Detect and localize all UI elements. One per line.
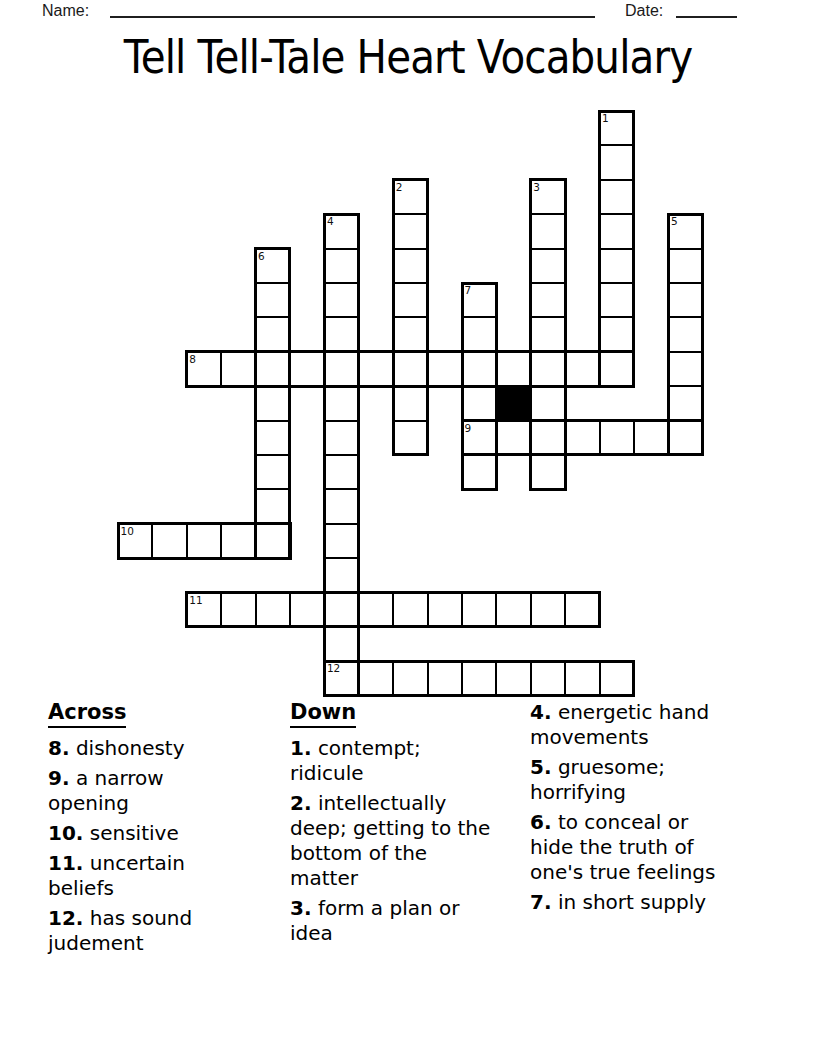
grid-cell[interactable] — [255, 316, 291, 352]
grid-cell[interactable] — [255, 282, 291, 318]
cell-number-6: 6 — [258, 251, 265, 262]
grid-cell[interactable] — [220, 351, 256, 387]
grid-cell[interactable] — [530, 351, 566, 387]
grid-cell[interactable] — [255, 351, 291, 387]
grid-cell[interactable] — [599, 282, 635, 318]
date-blank-line[interactable] — [676, 16, 737, 18]
cell-number-3: 3 — [533, 182, 540, 193]
grid-cell[interactable] — [599, 660, 635, 696]
grid-cell[interactable] — [427, 351, 463, 387]
grid-cell[interactable] — [392, 660, 428, 696]
grid-cell[interactable] — [599, 420, 635, 456]
grid-cell[interactable] — [427, 592, 463, 628]
grid-cell[interactable] — [323, 488, 359, 524]
grid-cell[interactable] — [392, 248, 428, 284]
black-cell — [495, 385, 531, 421]
grid-cell[interactable] — [530, 248, 566, 284]
grid-cell[interactable] — [392, 351, 428, 387]
grid-cell[interactable] — [599, 351, 635, 387]
clue-down-1: 1. contempt; ridicule — [290, 736, 530, 786]
grid-cell[interactable] — [289, 592, 325, 628]
grid-cell[interactable] — [667, 248, 703, 284]
clue-across-12: 12. has sound judement — [48, 906, 283, 956]
grid-cell[interactable] — [564, 420, 600, 456]
grid-cell[interactable] — [461, 660, 497, 696]
grid-cell[interactable] — [530, 660, 566, 696]
grid-cell[interactable] — [599, 248, 635, 284]
cell-number-4: 4 — [327, 216, 334, 227]
grid-cell[interactable] — [392, 385, 428, 421]
cell-number-2: 2 — [396, 182, 403, 193]
grid-cell[interactable] — [495, 420, 531, 456]
down-clues-column-1: Down 1. contempt; ridicule 2. intellectu… — [290, 700, 530, 951]
grid-cell[interactable] — [530, 385, 566, 421]
cell-number-7: 7 — [465, 285, 472, 296]
down-header: Down — [290, 700, 530, 728]
grid-cell[interactable] — [255, 523, 291, 559]
grid-cell[interactable] — [323, 557, 359, 593]
cell-number-9: 9 — [465, 423, 472, 434]
grid-cell[interactable] — [599, 316, 635, 352]
grid-cell[interactable] — [667, 351, 703, 387]
grid-cell[interactable] — [495, 660, 531, 696]
grid-cell[interactable] — [667, 316, 703, 352]
grid-cell[interactable] — [495, 592, 531, 628]
grid-cell[interactable] — [255, 385, 291, 421]
grid-cell[interactable] — [495, 351, 531, 387]
grid-cell[interactable] — [667, 385, 703, 421]
grid-cell[interactable] — [323, 351, 359, 387]
grid-cell[interactable] — [220, 523, 256, 559]
grid-cell[interactable] — [186, 523, 222, 559]
name-blank-line[interactable] — [110, 16, 595, 18]
grid-cell[interactable] — [427, 660, 463, 696]
grid-cell[interactable] — [323, 626, 359, 662]
grid-cell[interactable] — [564, 660, 600, 696]
grid-cell[interactable] — [530, 316, 566, 352]
grid-cell[interactable] — [358, 660, 394, 696]
grid-cell[interactable] — [323, 282, 359, 318]
grid-cell[interactable] — [323, 248, 359, 284]
grid-cell[interactable] — [530, 454, 566, 490]
crossword-grid: 123456789101112 — [117, 110, 703, 696]
cell-number-12: 12 — [327, 663, 340, 674]
crossword-worksheet: { "game": "crossword", "header": { "name… — [0, 0, 816, 1056]
grid-cell[interactable] — [564, 592, 600, 628]
name-label: Name: — [42, 2, 89, 20]
grid-cell[interactable] — [633, 420, 669, 456]
grid-cell[interactable] — [599, 144, 635, 180]
grid-cell[interactable] — [358, 592, 394, 628]
grid-cell[interactable] — [220, 592, 256, 628]
clue-across-9: 9. a narrow opening — [48, 766, 283, 816]
grid-cell[interactable] — [323, 592, 359, 628]
grid-cell[interactable] — [667, 282, 703, 318]
grid-cell[interactable] — [323, 523, 359, 559]
grid-cell[interactable] — [392, 213, 428, 249]
worksheet-title: Tell Tell-Tale Heart Vocabulary — [57, 29, 759, 85]
grid-cell[interactable] — [667, 420, 703, 456]
cell-number-8: 8 — [189, 354, 196, 365]
clue-across-8: 8. dishonesty — [48, 736, 283, 761]
grid-cell[interactable] — [255, 454, 291, 490]
grid-cell[interactable] — [358, 351, 394, 387]
clue-down-6: 6. to conceal or hide the truth of one's… — [530, 810, 780, 885]
grid-cell[interactable] — [255, 488, 291, 524]
grid-cell[interactable] — [461, 592, 497, 628]
cell-number-11: 11 — [189, 595, 202, 606]
across-header: Across — [48, 700, 283, 728]
grid-cell[interactable] — [530, 213, 566, 249]
grid-cell[interactable] — [530, 420, 566, 456]
grid-cell[interactable] — [461, 351, 497, 387]
grid-cell[interactable] — [599, 213, 635, 249]
grid-cell[interactable] — [151, 523, 187, 559]
grid-cell[interactable] — [392, 282, 428, 318]
grid-cell[interactable] — [564, 351, 600, 387]
grid-cell[interactable] — [323, 420, 359, 456]
grid-cell[interactable] — [461, 385, 497, 421]
cell-number-1: 1 — [602, 113, 609, 124]
clue-down-7: 7. in short supply — [530, 890, 780, 915]
grid-cell[interactable] — [323, 385, 359, 421]
clue-down-5: 5. gruesome; horrifying — [530, 755, 780, 805]
grid-cell[interactable] — [255, 592, 291, 628]
grid-cell[interactable] — [392, 316, 428, 352]
grid-cell[interactable] — [461, 454, 497, 490]
clue-across-10: 10. sensitive — [48, 821, 283, 846]
grid-cell[interactable] — [255, 420, 291, 456]
clue-across-11: 11. uncertain beliefs — [48, 851, 283, 901]
cell-number-5: 5 — [671, 216, 678, 227]
grid-cell[interactable] — [392, 592, 428, 628]
date-label: Date: — [625, 2, 663, 20]
down-clues-column-2: 4. energetic hand movements 5. gruesome;… — [530, 700, 780, 920]
grid-cell[interactable] — [599, 179, 635, 215]
clue-down-4: 4. energetic hand movements — [530, 700, 780, 750]
grid-cell[interactable] — [323, 316, 359, 352]
clue-down-2: 2. intellectually deep; getting to the b… — [290, 791, 530, 891]
grid-cell[interactable] — [392, 420, 428, 456]
clue-down-3: 3. form a plan or idea — [290, 896, 530, 946]
grid-cell[interactable] — [530, 282, 566, 318]
cell-number-10: 10 — [121, 526, 134, 537]
grid-cell[interactable] — [323, 454, 359, 490]
across-clues-column: Across 8. dishonesty 9. a narrow opening… — [48, 700, 283, 961]
grid-cell[interactable] — [289, 351, 325, 387]
grid-cell[interactable] — [530, 592, 566, 628]
grid-cell[interactable] — [461, 316, 497, 352]
